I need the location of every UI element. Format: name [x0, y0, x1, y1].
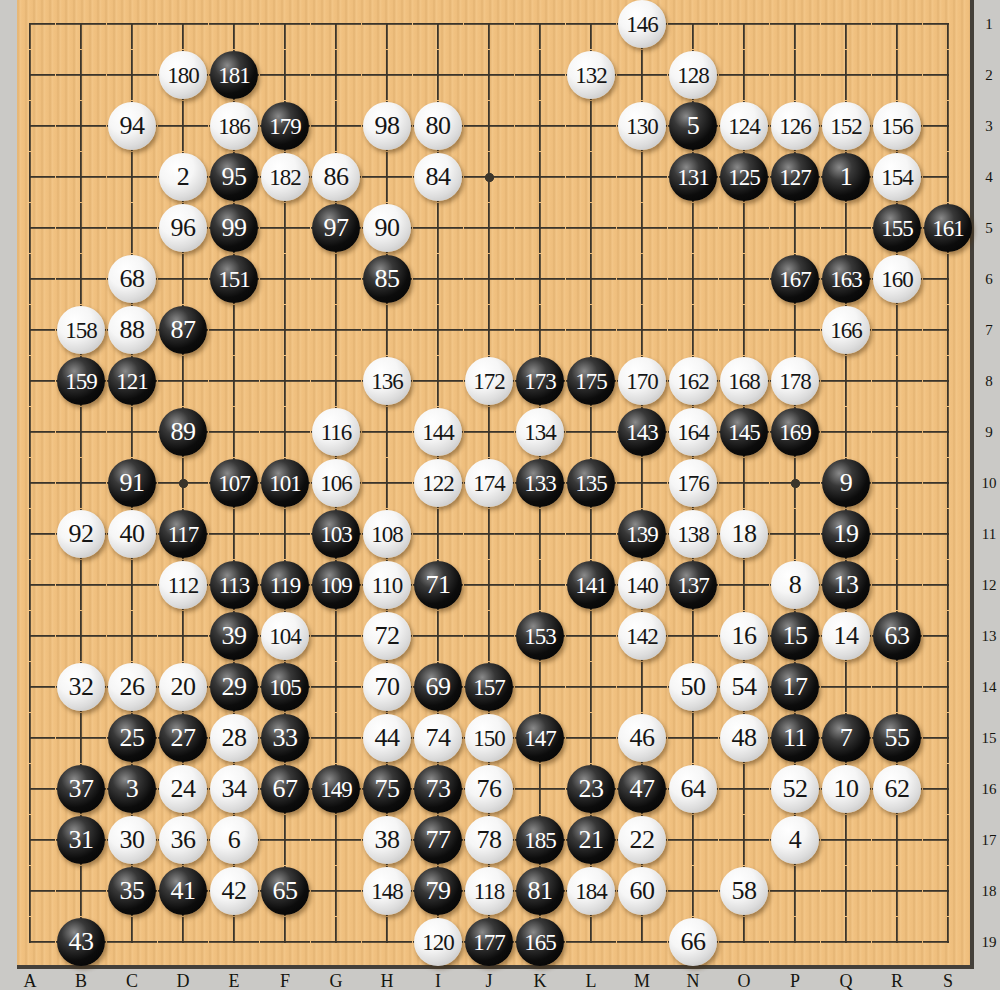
- board-intersection[interactable]: 121: [107, 356, 158, 407]
- board-intersection[interactable]: 31: [56, 815, 107, 866]
- board-intersection[interactable]: [209, 509, 260, 560]
- board-intersection[interactable]: 106: [311, 458, 362, 509]
- board-intersection[interactable]: [311, 662, 362, 713]
- board-intersection[interactable]: [719, 0, 770, 50]
- board-intersection[interactable]: [413, 254, 464, 305]
- board-intersection[interactable]: 136: [362, 356, 413, 407]
- board-intersection[interactable]: [566, 152, 617, 203]
- board-intersection[interactable]: [362, 50, 413, 101]
- board-intersection[interactable]: [5, 866, 56, 917]
- board-intersection[interactable]: 81: [515, 866, 566, 917]
- board-intersection[interactable]: [515, 101, 566, 152]
- board-intersection[interactable]: [209, 0, 260, 50]
- board-intersection[interactable]: 28: [209, 713, 260, 764]
- board-intersection[interactable]: [311, 50, 362, 101]
- board-intersection[interactable]: 47: [617, 764, 668, 815]
- board-intersection[interactable]: [719, 254, 770, 305]
- board-intersection[interactable]: 86: [311, 152, 362, 203]
- board-intersection[interactable]: 18: [719, 509, 770, 560]
- board-intersection[interactable]: 79: [413, 866, 464, 917]
- board-intersection[interactable]: [260, 254, 311, 305]
- board-intersection[interactable]: [311, 815, 362, 866]
- board-intersection[interactable]: [923, 254, 974, 305]
- board-intersection[interactable]: [260, 203, 311, 254]
- board-intersection[interactable]: [464, 152, 515, 203]
- board-intersection[interactable]: [515, 50, 566, 101]
- board-intersection[interactable]: [260, 917, 311, 968]
- board-intersection[interactable]: [260, 305, 311, 356]
- board-intersection[interactable]: 155: [872, 203, 923, 254]
- board-intersection[interactable]: 152: [821, 101, 872, 152]
- board-intersection[interactable]: 142: [617, 611, 668, 662]
- board-intersection[interactable]: 170: [617, 356, 668, 407]
- board-intersection[interactable]: 14: [821, 611, 872, 662]
- board-intersection[interactable]: 92: [56, 509, 107, 560]
- board-intersection[interactable]: 144: [413, 407, 464, 458]
- board-intersection[interactable]: [413, 611, 464, 662]
- board-intersection[interactable]: 6: [209, 815, 260, 866]
- board-intersection[interactable]: [107, 0, 158, 50]
- board-intersection[interactable]: [260, 815, 311, 866]
- board-intersection[interactable]: 69: [413, 662, 464, 713]
- board-intersection[interactable]: [5, 662, 56, 713]
- board-intersection[interactable]: [923, 764, 974, 815]
- board-intersection[interactable]: [923, 611, 974, 662]
- board-intersection[interactable]: [56, 101, 107, 152]
- board-intersection[interactable]: 38: [362, 815, 413, 866]
- board-intersection[interactable]: [668, 611, 719, 662]
- board-intersection[interactable]: 44: [362, 713, 413, 764]
- board-intersection[interactable]: 160: [872, 254, 923, 305]
- board-intersection[interactable]: [770, 203, 821, 254]
- board-intersection[interactable]: 173: [515, 356, 566, 407]
- board-intersection[interactable]: [5, 203, 56, 254]
- board-intersection[interactable]: [872, 662, 923, 713]
- board-intersection[interactable]: [566, 0, 617, 50]
- board-intersection[interactable]: 154: [872, 152, 923, 203]
- board-intersection[interactable]: 75: [362, 764, 413, 815]
- board-intersection[interactable]: [923, 917, 974, 968]
- board-intersection[interactable]: 108: [362, 509, 413, 560]
- board-intersection[interactable]: [5, 560, 56, 611]
- board-intersection[interactable]: [311, 866, 362, 917]
- board-intersection[interactable]: 104: [260, 611, 311, 662]
- board-intersection[interactable]: 140: [617, 560, 668, 611]
- board-intersection[interactable]: [515, 560, 566, 611]
- board-intersection[interactable]: [719, 815, 770, 866]
- board-intersection[interactable]: 127: [770, 152, 821, 203]
- board-intersection[interactable]: 76: [464, 764, 515, 815]
- board-intersection[interactable]: [56, 611, 107, 662]
- board-intersection[interactable]: [821, 356, 872, 407]
- board-intersection[interactable]: [260, 50, 311, 101]
- board-intersection[interactable]: [872, 407, 923, 458]
- board-intersection[interactable]: 8: [770, 560, 821, 611]
- board-intersection[interactable]: [770, 50, 821, 101]
- board-intersection[interactable]: 149: [311, 764, 362, 815]
- board-intersection[interactable]: [464, 50, 515, 101]
- board-intersection[interactable]: 70: [362, 662, 413, 713]
- board-intersection[interactable]: 130: [617, 101, 668, 152]
- board-intersection[interactable]: 103: [311, 509, 362, 560]
- board-intersection[interactable]: 27: [158, 713, 209, 764]
- board-intersection[interactable]: [464, 509, 515, 560]
- board-intersection[interactable]: 177: [464, 917, 515, 968]
- board-intersection[interactable]: 148: [362, 866, 413, 917]
- board-intersection[interactable]: [464, 101, 515, 152]
- board-intersection[interactable]: [311, 0, 362, 50]
- board-intersection[interactable]: [719, 917, 770, 968]
- board-intersection[interactable]: 181: [209, 50, 260, 101]
- board-intersection[interactable]: 161: [923, 203, 974, 254]
- board-intersection[interactable]: [413, 356, 464, 407]
- board-intersection[interactable]: [668, 713, 719, 764]
- board-intersection[interactable]: [668, 254, 719, 305]
- board-intersection[interactable]: [311, 356, 362, 407]
- board-intersection[interactable]: [56, 713, 107, 764]
- board-intersection[interactable]: [5, 101, 56, 152]
- board-intersection[interactable]: [107, 611, 158, 662]
- board-intersection[interactable]: 17: [770, 662, 821, 713]
- board-intersection[interactable]: [413, 509, 464, 560]
- board-intersection[interactable]: 184: [566, 866, 617, 917]
- board-intersection[interactable]: 23: [566, 764, 617, 815]
- board-intersection[interactable]: 147: [515, 713, 566, 764]
- board-intersection[interactable]: [362, 152, 413, 203]
- board-intersection[interactable]: 117: [158, 509, 209, 560]
- board-intersection[interactable]: 9: [821, 458, 872, 509]
- board-intersection[interactable]: 72: [362, 611, 413, 662]
- board-intersection[interactable]: [770, 509, 821, 560]
- board-intersection[interactable]: 68: [107, 254, 158, 305]
- board-intersection[interactable]: 132: [566, 50, 617, 101]
- board-intersection[interactable]: [413, 50, 464, 101]
- board-intersection[interactable]: [566, 305, 617, 356]
- board-intersection[interactable]: 150: [464, 713, 515, 764]
- board-intersection[interactable]: 109: [311, 560, 362, 611]
- board-intersection[interactable]: [770, 305, 821, 356]
- board-intersection[interactable]: 5: [668, 101, 719, 152]
- board-intersection[interactable]: 36: [158, 815, 209, 866]
- board-intersection[interactable]: 25: [107, 713, 158, 764]
- board-intersection[interactable]: 2: [158, 152, 209, 203]
- board-intersection[interactable]: [923, 50, 974, 101]
- board-intersection[interactable]: 153: [515, 611, 566, 662]
- board-intersection[interactable]: 137: [668, 560, 719, 611]
- board-intersection[interactable]: [719, 203, 770, 254]
- board-intersection[interactable]: [107, 152, 158, 203]
- board-intersection[interactable]: [668, 866, 719, 917]
- board-intersection[interactable]: [872, 866, 923, 917]
- board-intersection[interactable]: 168: [719, 356, 770, 407]
- board-intersection[interactable]: [821, 917, 872, 968]
- board-intersection[interactable]: [260, 407, 311, 458]
- board-intersection[interactable]: [56, 866, 107, 917]
- board-intersection[interactable]: 43: [56, 917, 107, 968]
- board-intersection[interactable]: [413, 203, 464, 254]
- board-intersection[interactable]: [923, 866, 974, 917]
- board-intersection[interactable]: 145: [719, 407, 770, 458]
- board-intersection[interactable]: 67: [260, 764, 311, 815]
- board-intersection[interactable]: [872, 509, 923, 560]
- board-intersection[interactable]: 96: [158, 203, 209, 254]
- board-intersection[interactable]: [566, 203, 617, 254]
- board-intersection[interactable]: [362, 458, 413, 509]
- board-intersection[interactable]: [5, 764, 56, 815]
- board-intersection[interactable]: 179: [260, 101, 311, 152]
- board-intersection[interactable]: 158: [56, 305, 107, 356]
- board-intersection[interactable]: 3: [107, 764, 158, 815]
- board-intersection[interactable]: [719, 50, 770, 101]
- board-intersection[interactable]: 90: [362, 203, 413, 254]
- board-intersection[interactable]: [566, 407, 617, 458]
- board-intersection[interactable]: [107, 50, 158, 101]
- board-intersection[interactable]: 107: [209, 458, 260, 509]
- board-intersection[interactable]: 24: [158, 764, 209, 815]
- board-intersection[interactable]: [56, 407, 107, 458]
- board-intersection[interactable]: 20: [158, 662, 209, 713]
- board-intersection[interactable]: [515, 0, 566, 50]
- board-intersection[interactable]: 146: [617, 0, 668, 50]
- board-intersection[interactable]: 77: [413, 815, 464, 866]
- board-intersection[interactable]: [515, 203, 566, 254]
- board-intersection[interactable]: 85: [362, 254, 413, 305]
- board-intersection[interactable]: 26: [107, 662, 158, 713]
- board-intersection[interactable]: 151: [209, 254, 260, 305]
- board-intersection[interactable]: 178: [770, 356, 821, 407]
- board-intersection[interactable]: 66: [668, 917, 719, 968]
- board-intersection[interactable]: 101: [260, 458, 311, 509]
- board-intersection[interactable]: [5, 815, 56, 866]
- board-intersection[interactable]: 29: [209, 662, 260, 713]
- board-intersection[interactable]: 105: [260, 662, 311, 713]
- board-intersection[interactable]: [413, 0, 464, 50]
- board-intersection[interactable]: [56, 254, 107, 305]
- board-intersection[interactable]: 52: [770, 764, 821, 815]
- board-intersection[interactable]: [56, 50, 107, 101]
- board-intersection[interactable]: [464, 0, 515, 50]
- board-intersection[interactable]: 19: [821, 509, 872, 560]
- board-intersection[interactable]: [311, 611, 362, 662]
- board-intersection[interactable]: [719, 560, 770, 611]
- board-intersection[interactable]: 55: [872, 713, 923, 764]
- board-intersection[interactable]: 87: [158, 305, 209, 356]
- board-intersection[interactable]: 32: [56, 662, 107, 713]
- board-intersection[interactable]: 16: [719, 611, 770, 662]
- board-intersection[interactable]: 126: [770, 101, 821, 152]
- board-intersection[interactable]: 185: [515, 815, 566, 866]
- board-intersection[interactable]: 13: [821, 560, 872, 611]
- board-intersection[interactable]: 162: [668, 356, 719, 407]
- board-intersection[interactable]: [464, 407, 515, 458]
- board-intersection[interactable]: [872, 458, 923, 509]
- board-intersection[interactable]: 125: [719, 152, 770, 203]
- board-intersection[interactable]: [209, 305, 260, 356]
- board-intersection[interactable]: 35: [107, 866, 158, 917]
- board-intersection[interactable]: 124: [719, 101, 770, 152]
- board-intersection[interactable]: [158, 611, 209, 662]
- board-intersection[interactable]: [923, 458, 974, 509]
- board-intersection[interactable]: [5, 458, 56, 509]
- board-intersection[interactable]: [923, 152, 974, 203]
- board-intersection[interactable]: [5, 917, 56, 968]
- board-intersection[interactable]: 84: [413, 152, 464, 203]
- board-intersection[interactable]: 15: [770, 611, 821, 662]
- board-intersection[interactable]: [464, 611, 515, 662]
- board-intersection[interactable]: 30: [107, 815, 158, 866]
- board-intersection[interactable]: [923, 560, 974, 611]
- board-intersection[interactable]: 34: [209, 764, 260, 815]
- board-intersection[interactable]: 174: [464, 458, 515, 509]
- board-intersection[interactable]: [5, 50, 56, 101]
- board-intersection[interactable]: [821, 815, 872, 866]
- board-intersection[interactable]: [923, 662, 974, 713]
- board-intersection[interactable]: [107, 203, 158, 254]
- board-intersection[interactable]: [5, 356, 56, 407]
- board-intersection[interactable]: 156: [872, 101, 923, 152]
- board-intersection[interactable]: [5, 0, 56, 50]
- board-intersection[interactable]: [617, 152, 668, 203]
- board-intersection[interactable]: 112: [158, 560, 209, 611]
- board-intersection[interactable]: [923, 407, 974, 458]
- board-intersection[interactable]: [5, 509, 56, 560]
- board-intersection[interactable]: [566, 101, 617, 152]
- board-intersection[interactable]: 118: [464, 866, 515, 917]
- board-intersection[interactable]: [311, 254, 362, 305]
- board-intersection[interactable]: 64: [668, 764, 719, 815]
- board-intersection[interactable]: [566, 611, 617, 662]
- board-intersection[interactable]: 122: [413, 458, 464, 509]
- board-intersection[interactable]: [617, 458, 668, 509]
- board-intersection[interactable]: [872, 305, 923, 356]
- board-intersection[interactable]: [923, 0, 974, 50]
- board-intersection[interactable]: 1: [821, 152, 872, 203]
- board-intersection[interactable]: [311, 305, 362, 356]
- board-intersection[interactable]: 143: [617, 407, 668, 458]
- board-intersection[interactable]: 80: [413, 101, 464, 152]
- board-intersection[interactable]: [872, 917, 923, 968]
- board-intersection[interactable]: [821, 407, 872, 458]
- board-intersection[interactable]: [158, 0, 209, 50]
- board-intersection[interactable]: 163: [821, 254, 872, 305]
- board-intersection[interactable]: [821, 866, 872, 917]
- board-intersection[interactable]: 33: [260, 713, 311, 764]
- board-intersection[interactable]: [107, 917, 158, 968]
- board-intersection[interactable]: 167: [770, 254, 821, 305]
- board-intersection[interactable]: [515, 152, 566, 203]
- board-intersection[interactable]: 10: [821, 764, 872, 815]
- board-intersection[interactable]: [872, 815, 923, 866]
- board-intersection[interactable]: 97: [311, 203, 362, 254]
- board-intersection[interactable]: [668, 0, 719, 50]
- board-intersection[interactable]: [923, 509, 974, 560]
- board-intersection[interactable]: [821, 662, 872, 713]
- board-intersection[interactable]: [770, 458, 821, 509]
- board-intersection[interactable]: 22: [617, 815, 668, 866]
- board-intersection[interactable]: [923, 101, 974, 152]
- board-intersection[interactable]: 46: [617, 713, 668, 764]
- board-intersection[interactable]: [821, 0, 872, 50]
- board-intersection[interactable]: [158, 917, 209, 968]
- board-intersection[interactable]: [107, 407, 158, 458]
- board-intersection[interactable]: 50: [668, 662, 719, 713]
- board-intersection[interactable]: 60: [617, 866, 668, 917]
- board-intersection[interactable]: 169: [770, 407, 821, 458]
- board-intersection[interactable]: [566, 917, 617, 968]
- board-intersection[interactable]: 157: [464, 662, 515, 713]
- board-intersection[interactable]: [209, 407, 260, 458]
- board-intersection[interactable]: 116: [311, 407, 362, 458]
- board-intersection[interactable]: [464, 560, 515, 611]
- board-intersection[interactable]: 119: [260, 560, 311, 611]
- board-intersection[interactable]: 120: [413, 917, 464, 968]
- board-intersection[interactable]: 128: [668, 50, 719, 101]
- board-intersection[interactable]: [770, 917, 821, 968]
- board-intersection[interactable]: [107, 560, 158, 611]
- board-intersection[interactable]: [362, 407, 413, 458]
- board-intersection[interactable]: [923, 305, 974, 356]
- board-intersection[interactable]: [872, 356, 923, 407]
- board-intersection[interactable]: [617, 305, 668, 356]
- board-intersection[interactable]: 164: [668, 407, 719, 458]
- board-intersection[interactable]: 182: [260, 152, 311, 203]
- board-intersection[interactable]: 78: [464, 815, 515, 866]
- board-intersection[interactable]: [260, 509, 311, 560]
- board-intersection[interactable]: [923, 713, 974, 764]
- board-intersection[interactable]: 58: [719, 866, 770, 917]
- board-intersection[interactable]: 73: [413, 764, 464, 815]
- board-intersection[interactable]: 65: [260, 866, 311, 917]
- board-intersection[interactable]: [566, 662, 617, 713]
- board-intersection[interactable]: [158, 458, 209, 509]
- board-intersection[interactable]: [311, 917, 362, 968]
- board-intersection[interactable]: [515, 254, 566, 305]
- board-intersection[interactable]: [260, 356, 311, 407]
- board-intersection[interactable]: [668, 305, 719, 356]
- board-intersection[interactable]: [209, 356, 260, 407]
- board-intersection[interactable]: 159: [56, 356, 107, 407]
- board-intersection[interactable]: 133: [515, 458, 566, 509]
- board-intersection[interactable]: [5, 611, 56, 662]
- board-intersection[interactable]: [566, 254, 617, 305]
- board-intersection[interactable]: [821, 203, 872, 254]
- board-intersection[interactable]: [158, 356, 209, 407]
- board-intersection[interactable]: 63: [872, 611, 923, 662]
- board-intersection[interactable]: 134: [515, 407, 566, 458]
- board-intersection[interactable]: [5, 152, 56, 203]
- board-intersection[interactable]: [668, 815, 719, 866]
- board-intersection[interactable]: [617, 50, 668, 101]
- board-intersection[interactable]: 41: [158, 866, 209, 917]
- board-intersection[interactable]: [260, 0, 311, 50]
- board-intersection[interactable]: [617, 917, 668, 968]
- board-intersection[interactable]: [617, 203, 668, 254]
- board-intersection[interactable]: 131: [668, 152, 719, 203]
- board-intersection[interactable]: [719, 458, 770, 509]
- board-intersection[interactable]: [821, 50, 872, 101]
- board-intersection[interactable]: [515, 305, 566, 356]
- board-intersection[interactable]: 175: [566, 356, 617, 407]
- board-intersection[interactable]: 135: [566, 458, 617, 509]
- board-intersection[interactable]: [209, 917, 260, 968]
- board-intersection[interactable]: 21: [566, 815, 617, 866]
- board-intersection[interactable]: [56, 152, 107, 203]
- board-intersection[interactable]: 37: [56, 764, 107, 815]
- board-intersection[interactable]: 40: [107, 509, 158, 560]
- board-intersection[interactable]: [362, 305, 413, 356]
- board-intersection[interactable]: [362, 917, 413, 968]
- board-intersection[interactable]: [56, 560, 107, 611]
